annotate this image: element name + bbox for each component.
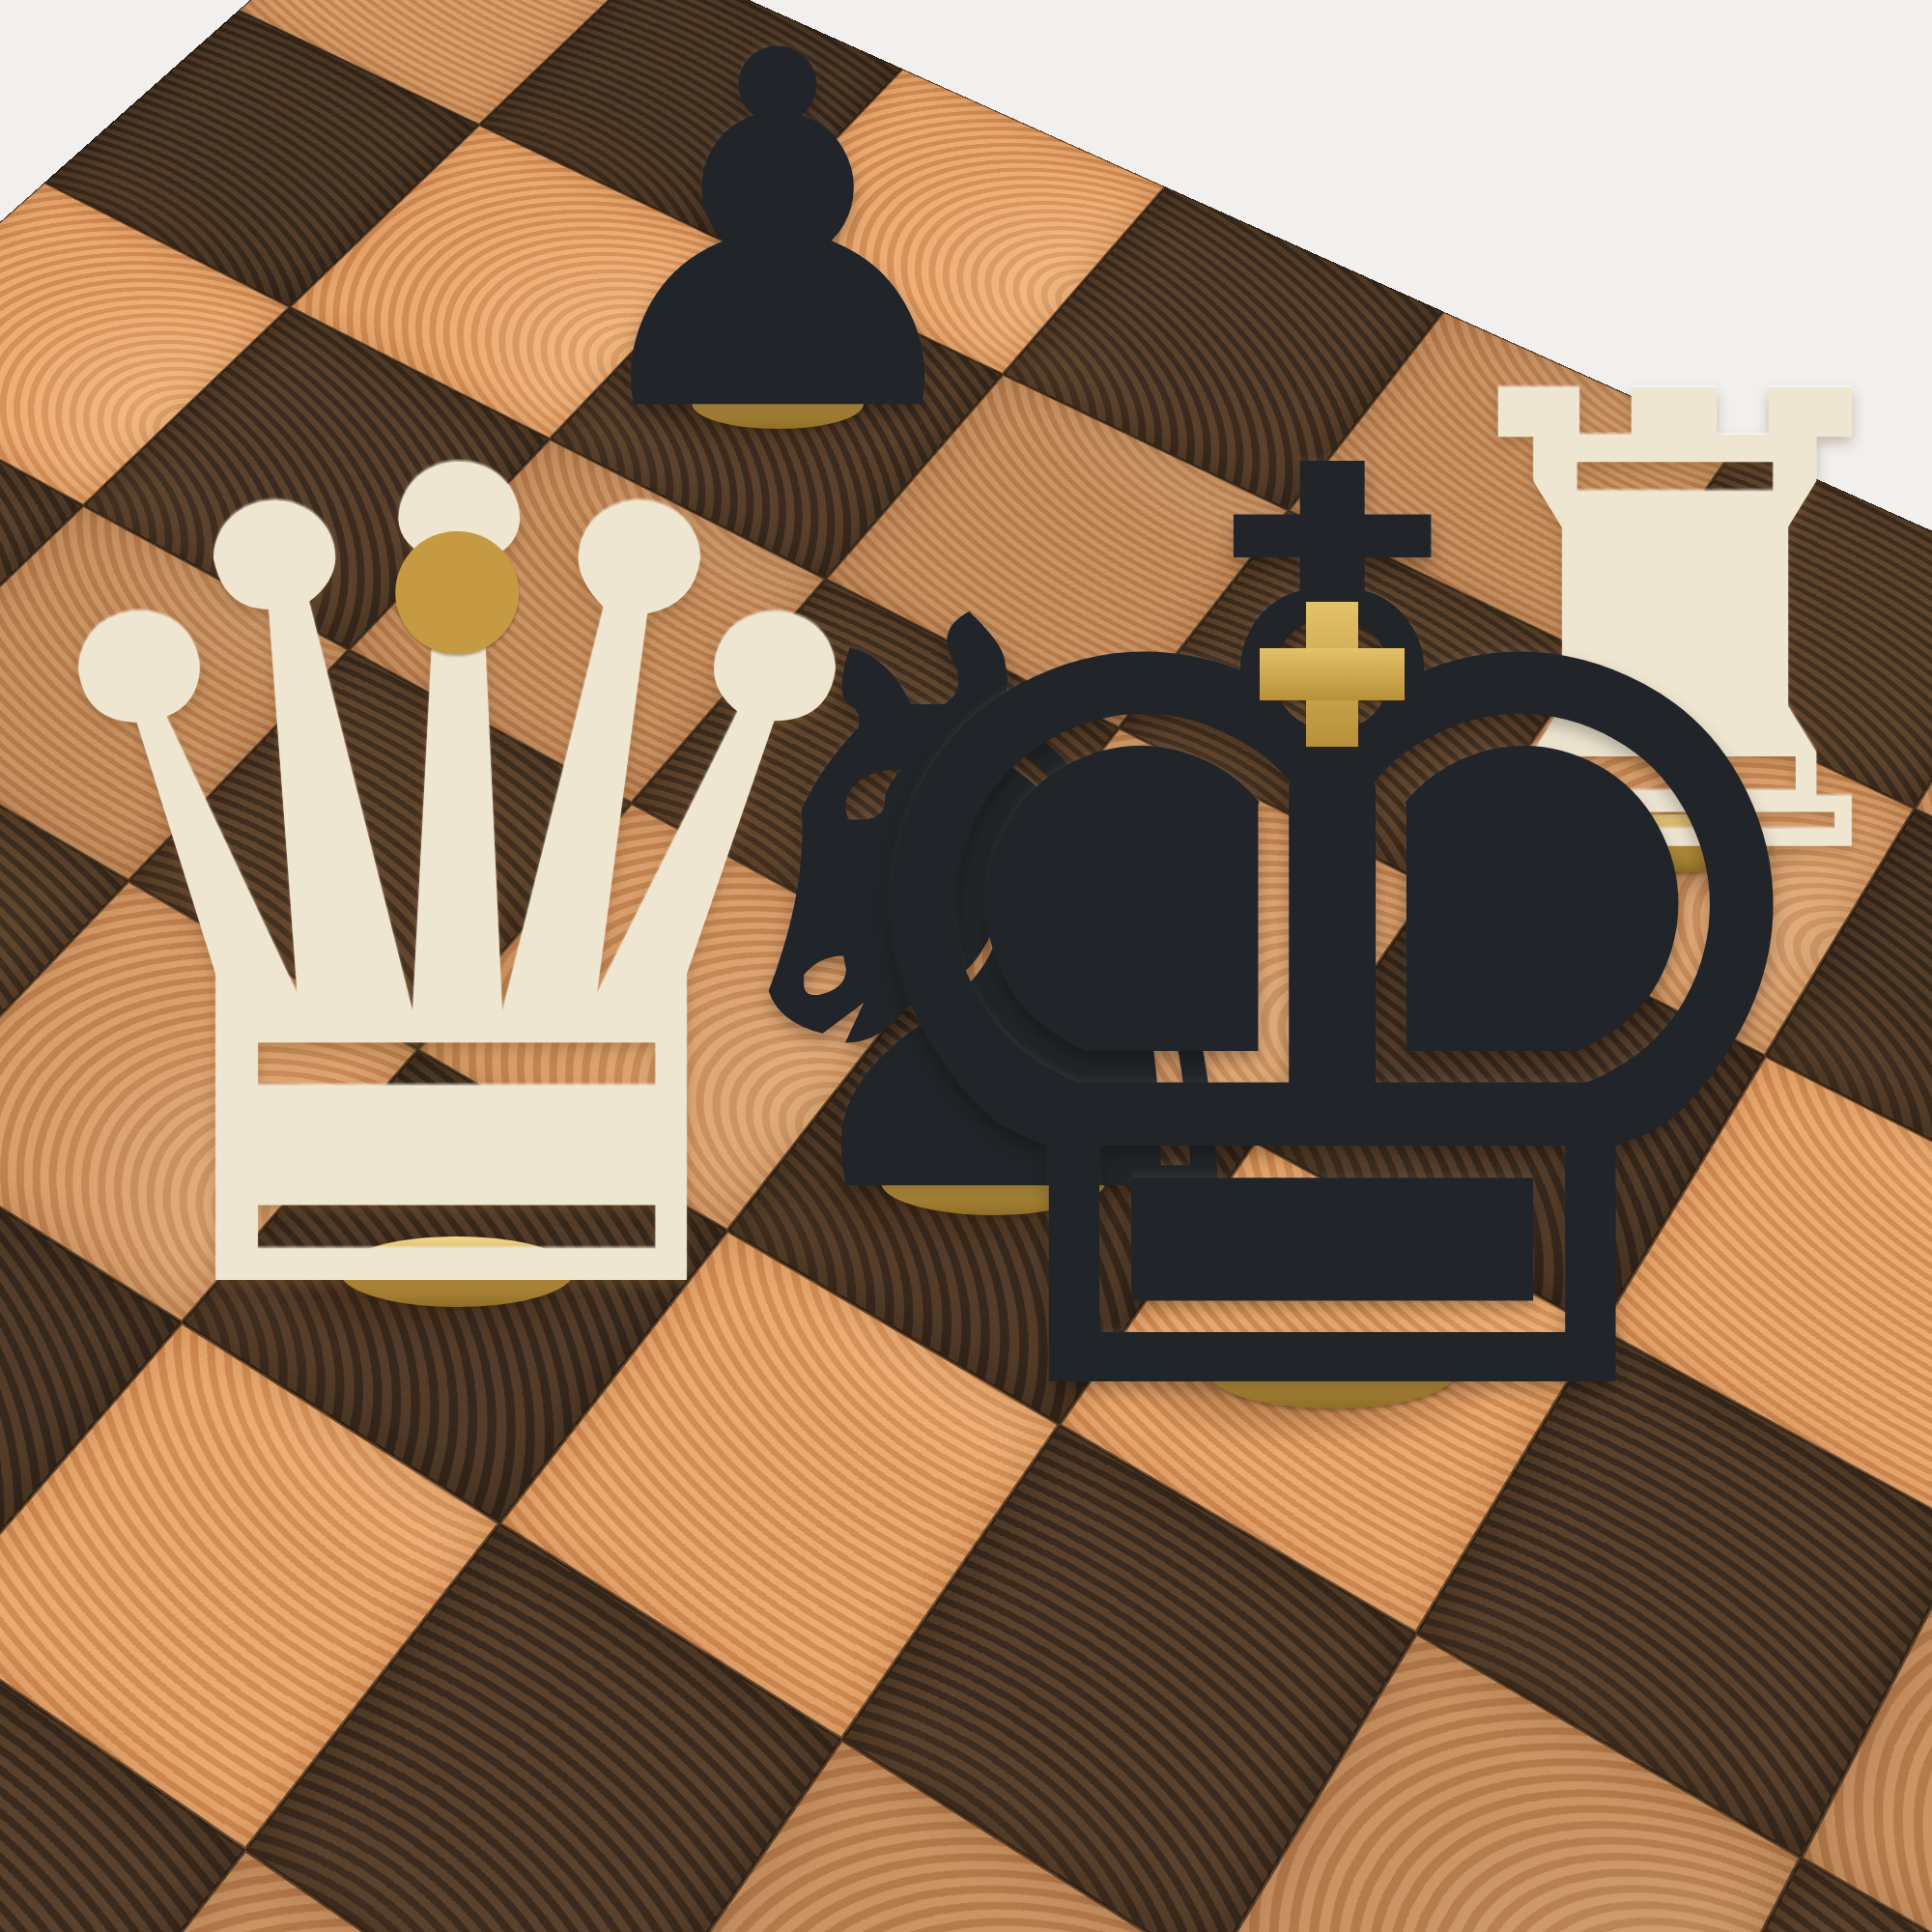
brass-cross-finial (1260, 602, 1405, 747)
brass-ball-finial (395, 531, 519, 655)
photo-stage: ♟ ♛ ♞ ♚ ♜ (0, 0, 1932, 1932)
black-king-glyph: ♚ (767, 316, 1897, 1577)
